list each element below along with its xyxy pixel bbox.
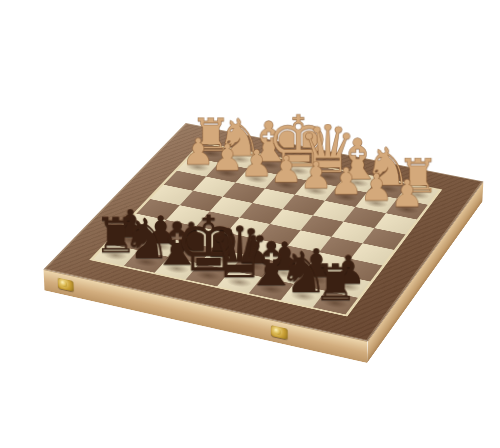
scene-3d: ♜♞♝♛♚♝♞♜♟♟♟♟♟♟♟♟♟♟♟♟♟♟♟♟♜♞♝♛♚♝♞♜: [0, 0, 500, 448]
dark-rook: ♜: [313, 291, 358, 315]
brass-clasp: [58, 278, 74, 292]
pieces-layer: ♜♞♝♛♚♝♞♜♟♟♟♟♟♟♟♟♟♟♟♟♟♟♟♟♜♞♝♛♚♝♞♜: [44, 123, 484, 341]
chess-board: ♜♞♝♛♚♝♞♜♟♟♟♟♟♟♟♟♟♟♟♟♟♟♟♟♜♞♝♛♚♝♞♜: [44, 123, 484, 341]
piece-glyph: ♜: [289, 262, 383, 302]
product-photo: ♜♞♝♛♚♝♞♜♟♟♟♟♟♟♟♟♟♟♟♟♟♟♟♟♜♞♝♛♚♝♞♜: [0, 0, 500, 448]
brass-clasp: [270, 325, 287, 340]
piece-glyph: ♟: [363, 179, 451, 209]
